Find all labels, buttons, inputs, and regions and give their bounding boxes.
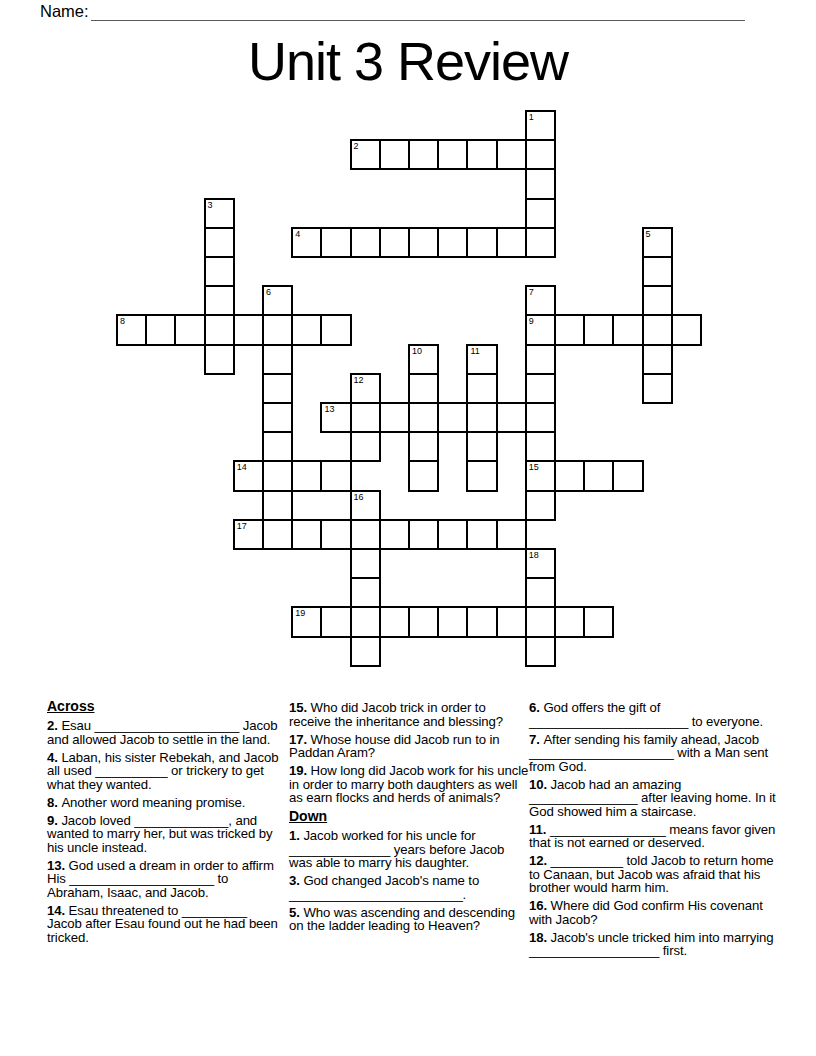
clue-15: 15. Who did Jacob trick in order to rece… <box>289 701 529 728</box>
grid-cell[interactable] <box>466 402 497 433</box>
grid-cell[interactable] <box>554 460 585 491</box>
grid-cell[interactable] <box>466 373 497 404</box>
across-header: Across <box>47 699 285 714</box>
grid-cell[interactable] <box>642 256 673 287</box>
clue-3: 3. God changed Jacob's name to _________… <box>289 874 529 901</box>
down-header: Down <box>289 809 529 824</box>
grid-cell[interactable]: 17 <box>233 519 264 550</box>
clue-number: 11 <box>470 346 479 356</box>
clue-7: 7. After sending his family ahead, Jacob… <box>529 733 781 774</box>
clue-column-3: 6. God offers the gift of ______________… <box>529 701 781 962</box>
grid-cell[interactable] <box>466 431 497 462</box>
clue-1: 1. Jacob worked for his uncle for ______… <box>289 829 529 870</box>
grid-cell[interactable] <box>554 314 585 345</box>
grid-cell[interactable] <box>408 519 439 550</box>
grid-cell[interactable] <box>320 460 351 491</box>
grid-cell[interactable] <box>671 314 702 345</box>
clue-number: 17 <box>237 521 247 531</box>
grid-cell[interactable] <box>642 285 673 316</box>
grid-cell[interactable] <box>262 344 293 375</box>
grid-cell[interactable]: 18 <box>525 548 556 579</box>
grid-cell[interactable] <box>642 344 673 375</box>
grid-cell[interactable] <box>408 402 439 433</box>
clue-17: 17. Whose house did Jacob run to in Padd… <box>289 733 529 760</box>
grid-cell[interactable]: 14 <box>233 460 264 491</box>
clue-number: 7 <box>529 287 534 297</box>
grid-cell[interactable]: 7 <box>525 285 556 316</box>
grid-cell[interactable] <box>320 606 351 637</box>
grid-cell[interactable] <box>233 314 264 345</box>
clue-number: 16 <box>354 492 364 502</box>
grid-cell[interactable] <box>204 314 235 345</box>
grid-cell[interactable] <box>262 373 293 404</box>
clue-number: 14 <box>237 462 247 472</box>
grid-cell[interactable] <box>437 402 468 433</box>
clue-number: 2 <box>354 141 359 151</box>
grid-cell[interactable] <box>496 139 527 170</box>
grid-cell[interactable] <box>466 227 497 258</box>
clue-13: 13. God used a dream in order to affirm … <box>47 859 285 900</box>
grid-cell[interactable] <box>408 606 439 637</box>
grid-cell[interactable]: 12 <box>350 373 381 404</box>
clue-18: 18. Jacob's uncle tricked him into marry… <box>529 931 781 958</box>
grid-cell[interactable] <box>466 519 497 550</box>
grid-cell[interactable] <box>291 314 322 345</box>
grid-cell[interactable]: 11 <box>466 344 497 375</box>
grid-cell[interactable] <box>437 227 468 258</box>
clue-number: 13 <box>324 404 334 414</box>
grid-cell[interactable] <box>525 227 556 258</box>
grid-cell[interactable] <box>408 227 439 258</box>
clue-number: 3 <box>208 200 213 210</box>
grid-cell[interactable] <box>262 490 293 521</box>
grid-cell[interactable] <box>379 606 410 637</box>
grid-cell[interactable] <box>350 577 381 608</box>
grid-cell[interactable] <box>204 227 235 258</box>
page-title: Unit 3 Review <box>0 33 816 89</box>
clue-column-1: Across2. Esau ____________________ Jacob… <box>47 699 285 949</box>
grid-cell[interactable] <box>291 519 322 550</box>
grid-cell[interactable] <box>291 460 322 491</box>
clue-19: 19. How long did Jacob work for his uncl… <box>289 764 529 805</box>
clue-number: 8 <box>120 316 125 326</box>
clue-number: 19 <box>295 608 305 618</box>
grid-cell[interactable] <box>262 519 293 550</box>
grid-cell[interactable] <box>379 139 410 170</box>
clue-14: 14. Esau threatened to _________ Jacob a… <box>47 904 285 945</box>
clue-number: 5 <box>646 229 651 239</box>
grid-cell[interactable] <box>525 490 556 521</box>
grid-cell[interactable] <box>466 139 497 170</box>
grid-cell[interactable] <box>525 606 556 637</box>
grid-cell[interactable] <box>350 606 381 637</box>
clue-number: 9 <box>529 316 534 326</box>
grid-cell[interactable] <box>554 606 585 637</box>
grid-cell[interactable]: 1 <box>525 110 556 141</box>
grid-cell[interactable] <box>525 402 556 433</box>
grid-cell[interactable] <box>525 168 556 199</box>
grid-cell[interactable] <box>612 460 643 491</box>
clue-11: 11. ________________ means favor given t… <box>529 823 781 850</box>
clue-column-2: 15. Who did Jacob trick in order to rece… <box>289 701 529 937</box>
grid-cell[interactable] <box>262 431 293 462</box>
clue-16: 16. Where did God confirm His covenant w… <box>529 899 781 926</box>
name-input-line[interactable] <box>91 2 745 21</box>
grid-cell[interactable] <box>437 519 468 550</box>
grid-cell[interactable] <box>496 519 527 550</box>
grid-cell[interactable]: 2 <box>350 139 381 170</box>
grid-cell[interactable] <box>525 198 556 229</box>
grid-cell[interactable]: 6 <box>262 285 293 316</box>
grid-cell[interactable] <box>525 577 556 608</box>
grid-cell[interactable]: 10 <box>408 344 439 375</box>
grid-cell[interactable]: 9 <box>525 314 556 345</box>
clue-4: 4. Laban, his sister Rebekah, and Jacob … <box>47 751 285 792</box>
clue-5: 5. Who was ascending and descending on t… <box>289 906 529 933</box>
grid-cell[interactable] <box>350 227 381 258</box>
clue-12: 12. __________ told Jacob to return home… <box>529 854 781 895</box>
grid-cell[interactable]: 5 <box>642 227 673 258</box>
clue-10: 10. Jacob had an amazing _______________… <box>529 778 781 819</box>
grid-cell[interactable] <box>437 139 468 170</box>
clue-6: 6. God offers the gift of ______________… <box>529 701 781 728</box>
name-label: Name: <box>40 2 89 21</box>
grid-cell[interactable]: 19 <box>291 606 322 637</box>
grid-cell[interactable] <box>466 606 497 637</box>
clue-number: 15 <box>529 462 539 472</box>
grid-cell[interactable] <box>642 373 673 404</box>
grid-cell[interactable]: 15 <box>525 460 556 491</box>
worksheet-page: Name: Unit 3 Review 12345678910111213141… <box>0 0 816 1056</box>
grid-cell[interactable] <box>525 431 556 462</box>
grid-cell[interactable] <box>262 460 293 491</box>
grid-cell[interactable] <box>350 519 381 550</box>
grid-cell[interactable] <box>320 227 351 258</box>
grid-cell[interactable] <box>466 460 497 491</box>
grid-cell[interactable] <box>145 314 176 345</box>
grid-cell[interactable] <box>408 460 439 491</box>
clue-9: 9. Jacob loved _____________, and wanted… <box>47 814 285 855</box>
grid-cell[interactable] <box>262 314 293 345</box>
clue-number: 1 <box>529 112 534 122</box>
clue-8: 8. Another word meaning promise. <box>47 796 285 810</box>
clue-2: 2. Esau ____________________ Jacob and a… <box>47 719 285 746</box>
clue-number: 18 <box>529 550 539 560</box>
grid-cell[interactable] <box>525 344 556 375</box>
grid-cell[interactable]: 3 <box>204 198 235 229</box>
grid-cell[interactable] <box>408 431 439 462</box>
grid-cell[interactable] <box>642 314 673 345</box>
clue-number: 4 <box>295 229 300 239</box>
grid-cell[interactable] <box>350 636 381 667</box>
clue-number: 10 <box>412 346 422 356</box>
grid-cell[interactable] <box>204 256 235 287</box>
grid-cell[interactable] <box>379 402 410 433</box>
grid-cell[interactable] <box>350 548 381 579</box>
grid-cell[interactable] <box>525 373 556 404</box>
grid-cell[interactable]: 16 <box>350 490 381 521</box>
clue-number: 12 <box>354 375 364 385</box>
grid-cell[interactable] <box>320 314 351 345</box>
grid-cell[interactable] <box>204 344 235 375</box>
grid-cell[interactable] <box>379 227 410 258</box>
grid-cell[interactable]: 13 <box>320 402 351 433</box>
grid-cell[interactable] <box>583 460 614 491</box>
grid-cell[interactable] <box>350 402 381 433</box>
grid-cell[interactable] <box>583 314 614 345</box>
grid-cell[interactable]: 4 <box>291 227 322 258</box>
grid-cell[interactable] <box>525 636 556 667</box>
grid-cell[interactable] <box>525 139 556 170</box>
grid-cell[interactable] <box>583 606 614 637</box>
grid-cell[interactable]: 8 <box>116 314 147 345</box>
grid-cell[interactable] <box>496 402 527 433</box>
crossword-grid: 12345678910111213141516171819 <box>116 110 704 669</box>
grid-cell[interactable] <box>496 606 527 637</box>
grid-cell[interactable] <box>174 314 205 345</box>
grid-cell[interactable] <box>262 402 293 433</box>
grid-cell[interactable] <box>379 519 410 550</box>
clue-number: 6 <box>266 287 271 297</box>
grid-cell[interactable] <box>437 606 468 637</box>
grid-cell[interactable] <box>320 519 351 550</box>
grid-cell[interactable] <box>408 139 439 170</box>
grid-cell[interactable] <box>612 314 643 345</box>
grid-cell[interactable] <box>408 373 439 404</box>
grid-cell[interactable] <box>350 431 381 462</box>
grid-cell[interactable] <box>496 227 527 258</box>
grid-cell[interactable] <box>204 285 235 316</box>
